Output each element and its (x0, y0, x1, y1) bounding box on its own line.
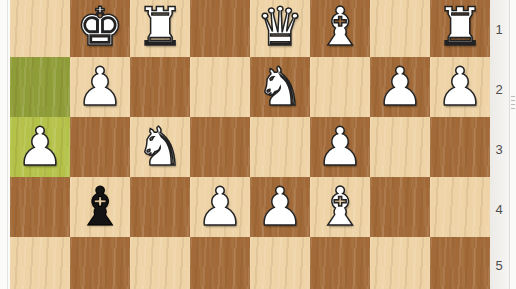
square-e4[interactable]: ♟ (190, 177, 250, 237)
square-b4[interactable] (370, 177, 430, 237)
square-g1[interactable]: ♚ (70, 0, 130, 57)
square-a2[interactable]: ♟ (430, 57, 490, 117)
left-edge-divider (7, 0, 8, 289)
piece-wB-c1[interactable]: ♝ (310, 0, 370, 57)
piece-wP-e4[interactable]: ♟ (190, 177, 250, 237)
square-h2[interactable] (10, 57, 70, 117)
square-c3[interactable]: ♟ (310, 117, 370, 177)
square-g3[interactable] (70, 117, 130, 177)
rank-label-4: 4 (491, 202, 507, 218)
rank-label-2: 2 (491, 82, 507, 98)
splitter-grip-line (511, 108, 515, 109)
square-d1[interactable]: ♛ (250, 0, 310, 57)
panel-splitter[interactable] (509, 0, 516, 289)
square-h5[interactable] (10, 237, 70, 289)
piece-wP-b2[interactable]: ♟ (370, 57, 430, 117)
splitter-grip-line (511, 100, 515, 101)
piece-wQ-d1[interactable]: ♛ (250, 0, 310, 57)
chess-board-container: ♚♜♛♝♜♟♞♟♟♟♞♟♝♟♟♝ (10, 0, 490, 289)
piece-wP-a2[interactable]: ♟ (430, 57, 490, 117)
square-h3[interactable]: ♟ (10, 117, 70, 177)
square-d2[interactable]: ♞ (250, 57, 310, 117)
piece-wB-c4[interactable]: ♝ (310, 177, 370, 237)
square-e5[interactable] (190, 237, 250, 289)
square-g2[interactable]: ♟ (70, 57, 130, 117)
square-a1[interactable]: ♜ (430, 0, 490, 57)
splitter-grip-line (511, 96, 515, 97)
square-b5[interactable] (370, 237, 430, 289)
page-left-margin (0, 0, 10, 289)
square-c1[interactable]: ♝ (310, 0, 370, 57)
square-e2[interactable] (190, 57, 250, 117)
rank-label-3: 3 (491, 142, 507, 158)
piece-wR-f1[interactable]: ♜ (130, 0, 190, 57)
square-a3[interactable] (430, 117, 490, 177)
square-a4[interactable] (430, 177, 490, 237)
piece-wR-a1[interactable]: ♜ (430, 0, 490, 57)
square-e3[interactable] (190, 117, 250, 177)
square-a5[interactable] (430, 237, 490, 289)
square-b1[interactable] (370, 0, 430, 57)
square-d5[interactable] (250, 237, 310, 289)
splitter-grip-line (511, 104, 515, 105)
rank-gutter: 12345 (490, 0, 509, 289)
square-g5[interactable] (70, 237, 130, 289)
square-f4[interactable] (130, 177, 190, 237)
piece-wP-c3[interactable]: ♟ (310, 117, 370, 177)
piece-wP-d4[interactable]: ♟ (250, 177, 310, 237)
square-b2[interactable]: ♟ (370, 57, 430, 117)
square-b3[interactable] (370, 117, 430, 177)
piece-wN-f3[interactable]: ♞ (130, 117, 190, 177)
square-d4[interactable]: ♟ (250, 177, 310, 237)
square-f2[interactable] (130, 57, 190, 117)
square-c5[interactable] (310, 237, 370, 289)
piece-wP-g2[interactable]: ♟ (70, 57, 130, 117)
square-c4[interactable]: ♝ (310, 177, 370, 237)
piece-wP-h3[interactable]: ♟ (10, 117, 70, 177)
square-f5[interactable] (130, 237, 190, 289)
piece-wN-d2[interactable]: ♞ (250, 57, 310, 117)
rank-label-5: 5 (491, 258, 507, 274)
square-g4[interactable]: ♝ (70, 177, 130, 237)
square-c2[interactable] (310, 57, 370, 117)
rank-label-1: 1 (491, 22, 507, 38)
square-h1[interactable] (10, 0, 70, 57)
chess-app-viewport: ♚♜♛♝♜♟♞♟♟♟♞♟♝♟♟♝ 12345 (0, 0, 516, 289)
square-f1[interactable]: ♜ (130, 0, 190, 57)
piece-wK-g1[interactable]: ♚ (70, 0, 130, 57)
chess-board: ♚♜♛♝♜♟♞♟♟♟♞♟♝♟♟♝ (10, 0, 490, 289)
square-h4[interactable] (10, 177, 70, 237)
square-f3[interactable]: ♞ (130, 117, 190, 177)
square-d3[interactable] (250, 117, 310, 177)
piece-bB-g4[interactable]: ♝ (70, 177, 130, 237)
square-e1[interactable] (190, 0, 250, 57)
